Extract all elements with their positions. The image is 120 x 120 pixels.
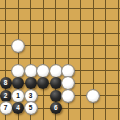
white-stone (37, 65, 49, 77)
white-stone (50, 65, 62, 77)
grid-line-horizontal (0, 8, 120, 9)
move-number-label: 1 (16, 92, 20, 99)
move-number-label: 5 (29, 104, 33, 111)
grid-line-vertical (93, 0, 94, 120)
move-number-label: 6 (54, 104, 58, 111)
white-stone (25, 65, 37, 77)
grid-line-vertical (80, 0, 81, 120)
grid-line-horizontal (0, 58, 120, 59)
black-stone-move-2: 2 (0, 90, 12, 102)
black-stone (50, 90, 62, 102)
white-stone-move-1: 1 (12, 90, 24, 102)
grid-line-vertical (43, 0, 44, 120)
black-stone (25, 77, 37, 89)
move-number-label: 4 (16, 104, 20, 111)
black-stone-move-4: 4 (12, 102, 24, 114)
white-stone-move-3: 3 (25, 90, 37, 102)
move-number-label: 2 (4, 92, 8, 99)
grid-line-vertical (105, 0, 106, 120)
move-number-label: 7 (4, 104, 8, 111)
go-board[interactable]: 82137456 (0, 0, 120, 120)
grid-line-vertical (68, 0, 69, 120)
black-stone (37, 77, 49, 89)
move-number-label: 8 (4, 79, 8, 86)
white-stone-move-7: 7 (0, 102, 12, 114)
grid-line-horizontal (0, 33, 120, 34)
black-stone (12, 77, 24, 89)
white-stone (62, 77, 74, 89)
black-stone-move-6: 6 (50, 102, 62, 114)
white-stone (12, 40, 24, 52)
move-number-label: 3 (29, 92, 33, 99)
white-stone (62, 65, 74, 77)
black-stone-move-8: 8 (0, 77, 12, 89)
black-stone (50, 77, 62, 89)
white-stone (62, 90, 74, 102)
white-stone (12, 65, 24, 77)
grid-line-vertical (118, 0, 119, 120)
white-stone-move-5: 5 (25, 102, 37, 114)
grid-line-horizontal (0, 20, 120, 21)
white-stone (87, 90, 99, 102)
